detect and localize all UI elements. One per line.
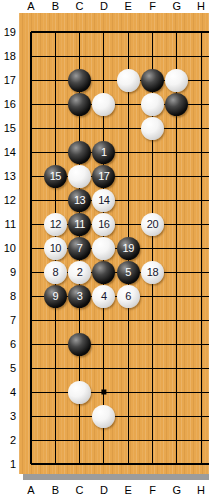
coord-bottom-D: D [94,484,114,497]
coord-left-4: 4 [0,386,16,398]
go-diagram-screenshot: ABCDEFGH 19181716151413121110987654321 1… [0,0,209,500]
move-number-label: 1 [101,147,107,158]
stone-white-G17[interactable] [165,69,188,92]
coord-bottom-C: C [70,484,90,497]
stone-white-C4[interactable] [68,381,91,404]
stone-white-B11[interactable]: 12 [44,213,67,236]
coord-left-18: 18 [0,50,16,62]
coord-left-6: 6 [0,338,16,350]
coord-left-13: 13 [0,170,16,182]
stone-white-F11[interactable]: 20 [141,213,164,236]
stone-white-D16[interactable] [92,93,115,116]
move-number-label: 12 [50,219,61,230]
stone-black-B8[interactable]: 9 [44,285,67,308]
stone-black-C14[interactable] [68,141,91,164]
coord-top-G: G [167,0,187,13]
stone-white-D3[interactable] [92,405,115,428]
coord-left-2: 2 [0,434,16,446]
stone-white-E17[interactable] [117,69,140,92]
move-number-label: 3 [77,291,83,302]
stone-black-E10[interactable]: 19 [117,237,140,260]
coord-bottom-F: F [143,484,163,497]
move-number-label: 9 [52,291,58,302]
coord-left-7: 7 [0,314,16,326]
stone-white-C9[interactable]: 2 [68,261,91,284]
move-number-label: 18 [147,267,158,278]
coord-top-D: D [94,0,114,13]
stone-black-C16[interactable] [68,93,91,116]
coord-top-H: H [191,0,209,13]
coord-left-15: 15 [0,122,16,134]
coord-left-9: 9 [0,266,16,278]
stone-white-B10[interactable]: 10 [44,237,67,260]
move-number-label: 15 [50,171,61,182]
move-number-label: 7 [77,243,83,254]
coord-top-F: F [143,0,163,13]
move-number-label: 8 [52,267,58,278]
stone-white-D8[interactable]: 4 [92,285,115,308]
coord-bottom-E: E [118,484,138,497]
coord-top-E: E [118,0,138,13]
stone-white-F15[interactable] [141,117,164,140]
coord-top-A: A [21,0,41,13]
move-number-label: 17 [98,171,109,182]
stone-black-C17[interactable] [68,69,91,92]
stone-black-B13[interactable]: 15 [44,165,67,188]
coord-top-C: C [70,0,90,13]
coord-bottom-H: H [191,484,209,497]
stone-black-C12[interactable]: 13 [68,189,91,212]
move-number-label: 19 [123,243,134,254]
move-number-label: 16 [98,219,109,230]
stone-black-D13[interactable]: 17 [92,165,115,188]
stone-black-D14[interactable]: 1 [92,141,115,164]
move-number-label: 5 [125,267,131,278]
move-number-label: 2 [77,267,83,278]
move-number-label: 20 [147,219,158,230]
stone-black-G16[interactable] [165,93,188,116]
stone-white-D12[interactable]: 14 [92,189,115,212]
stone-white-F16[interactable] [141,93,164,116]
coord-left-5: 5 [0,362,16,374]
move-number-label: 14 [98,195,109,206]
stone-black-C10[interactable]: 7 [68,237,91,260]
stone-white-C13[interactable] [68,165,91,188]
coord-left-10: 10 [0,242,16,254]
move-number-label: 4 [101,291,107,302]
stone-white-B9[interactable]: 8 [44,261,67,284]
stone-black-C8[interactable]: 3 [68,285,91,308]
coord-left-12: 12 [0,194,16,206]
coord-bottom-A: A [21,484,41,497]
coord-left-8: 8 [0,290,16,302]
stone-white-E8[interactable]: 6 [117,285,140,308]
coord-bottom-B: B [45,484,65,497]
stone-white-D11[interactable]: 16 [92,213,115,236]
coord-left-17: 17 [0,74,16,86]
coord-left-16: 16 [0,98,16,110]
stone-black-C11[interactable]: 11 [68,213,91,236]
move-number-label: 11 [74,219,84,230]
stone-black-E9[interactable]: 5 [117,261,140,284]
move-number-label: 6 [125,291,131,302]
coord-top-B: B [45,0,65,13]
move-number-label: 10 [50,243,61,254]
stone-white-D10[interactable] [92,237,115,260]
stone-black-F17[interactable] [141,69,164,92]
coord-bottom-G: G [167,484,187,497]
stone-black-D9[interactable] [92,261,115,284]
coord-left-14: 14 [0,146,16,158]
coord-left-11: 11 [0,218,16,230]
move-number-label: 13 [74,195,85,206]
stone-black-C6[interactable] [68,333,91,356]
coord-left-19: 19 [0,26,16,38]
stone-white-F9[interactable]: 18 [141,261,164,284]
coord-left-3: 3 [0,410,16,422]
coord-left-1: 1 [0,458,16,470]
stones-layer: 1151713117195931412162010821846 [19,20,209,476]
